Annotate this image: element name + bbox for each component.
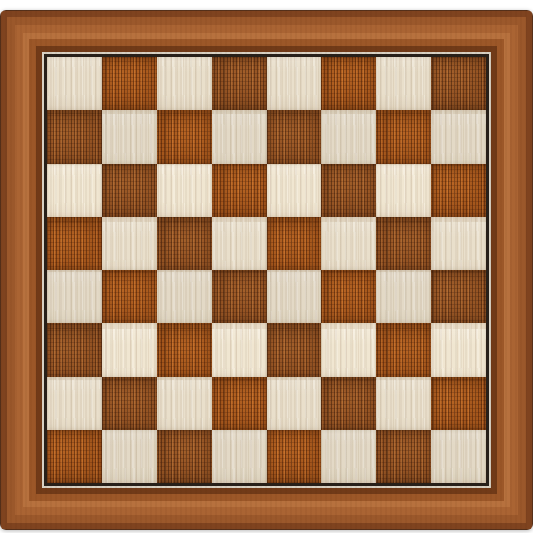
square-e8[interactable] — [267, 57, 322, 110]
frame-outer-ring — [1, 11, 532, 529]
square-g8[interactable] — [376, 57, 431, 110]
chess-board — [0, 10, 533, 530]
square-e4[interactable] — [267, 270, 322, 323]
square-c1[interactable] — [157, 430, 212, 483]
square-f1[interactable] — [321, 430, 376, 483]
square-c2[interactable] — [157, 377, 212, 430]
square-d6[interactable] — [212, 164, 267, 217]
square-b7[interactable] — [102, 110, 157, 163]
square-h6[interactable] — [431, 164, 486, 217]
square-e6[interactable] — [267, 164, 322, 217]
square-g2[interactable] — [376, 377, 431, 430]
square-a8[interactable] — [47, 57, 102, 110]
square-d4[interactable] — [212, 270, 267, 323]
trim-light-fillet — [42, 52, 491, 488]
square-h2[interactable] — [431, 377, 486, 430]
square-a7[interactable] — [47, 110, 102, 163]
square-e5[interactable] — [267, 217, 322, 270]
square-h5[interactable] — [431, 217, 486, 270]
square-e2[interactable] — [267, 377, 322, 430]
frame-outline — [0, 10, 533, 530]
frame-ring — [29, 39, 504, 501]
board-squares-grid — [47, 57, 486, 483]
square-b4[interactable] — [102, 270, 157, 323]
square-a6[interactable] — [47, 164, 102, 217]
square-d5[interactable] — [212, 217, 267, 270]
square-h3[interactable] — [431, 323, 486, 376]
square-g6[interactable] — [376, 164, 431, 217]
square-d8[interactable] — [212, 57, 267, 110]
square-b8[interactable] — [102, 57, 157, 110]
square-f6[interactable] — [321, 164, 376, 217]
square-a4[interactable] — [47, 270, 102, 323]
square-h1[interactable] — [431, 430, 486, 483]
square-f4[interactable] — [321, 270, 376, 323]
frame-ring — [7, 17, 526, 523]
square-c3[interactable] — [157, 323, 212, 376]
square-h8[interactable] — [431, 57, 486, 110]
trim-black-inlay — [44, 54, 489, 486]
square-c6[interactable] — [157, 164, 212, 217]
square-h7[interactable] — [431, 110, 486, 163]
square-a5[interactable] — [47, 217, 102, 270]
square-f2[interactable] — [321, 377, 376, 430]
square-g7[interactable] — [376, 110, 431, 163]
square-a1[interactable] — [47, 430, 102, 483]
square-g4[interactable] — [376, 270, 431, 323]
square-d7[interactable] — [212, 110, 267, 163]
frame-mid-ring — [15, 25, 518, 515]
square-g3[interactable] — [376, 323, 431, 376]
square-e1[interactable] — [267, 430, 322, 483]
square-d3[interactable] — [212, 323, 267, 376]
square-c4[interactable] — [157, 270, 212, 323]
page-background — [0, 0, 533, 533]
square-f5[interactable] — [321, 217, 376, 270]
square-b2[interactable] — [102, 377, 157, 430]
square-b3[interactable] — [102, 323, 157, 376]
square-c7[interactable] — [157, 110, 212, 163]
square-b6[interactable] — [102, 164, 157, 217]
square-c5[interactable] — [157, 217, 212, 270]
square-b5[interactable] — [102, 217, 157, 270]
square-f8[interactable] — [321, 57, 376, 110]
square-e3[interactable] — [267, 323, 322, 376]
square-e7[interactable] — [267, 110, 322, 163]
square-d1[interactable] — [212, 430, 267, 483]
square-d2[interactable] — [212, 377, 267, 430]
square-f3[interactable] — [321, 323, 376, 376]
square-g5[interactable] — [376, 217, 431, 270]
square-c8[interactable] — [157, 57, 212, 110]
square-f7[interactable] — [321, 110, 376, 163]
square-b1[interactable] — [102, 430, 157, 483]
square-a2[interactable] — [47, 377, 102, 430]
square-a3[interactable] — [47, 323, 102, 376]
square-g1[interactable] — [376, 430, 431, 483]
square-h4[interactable] — [431, 270, 486, 323]
frame-inner-cove — [36, 46, 497, 494]
frame-highlight-ring — [23, 33, 510, 507]
